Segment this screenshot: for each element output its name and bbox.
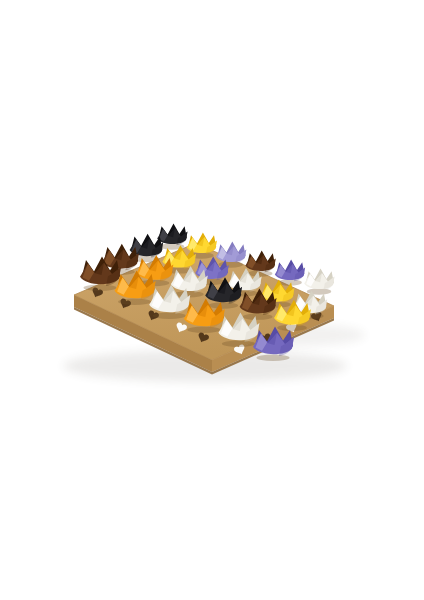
tulip-case-r0-c3-brown [245,251,275,277]
tray-scene [0,0,424,600]
tulip-case-r0-c5-white [304,269,334,295]
tulip-case-r0-c2-lilac [216,242,246,268]
product-photo [0,0,424,600]
